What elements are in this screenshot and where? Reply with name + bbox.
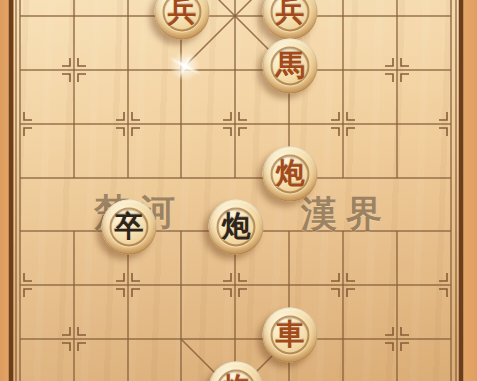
xiangqi-board[interactable]: 楚河 漢界 兵兵馬炮卒炮車炮 — [0, 0, 477, 381]
piece-glyph: 炮 — [222, 212, 251, 241]
red-chariot[interactable]: 車 — [263, 308, 318, 363]
piece-glyph: 炮 — [276, 159, 305, 188]
red-horse[interactable]: 馬 — [263, 39, 318, 94]
black-cannon[interactable]: 炮 — [209, 200, 264, 255]
board-grid — [0, 0, 477, 381]
piece-glyph: 炮 — [222, 374, 251, 381]
river-label-right: 漢界 — [301, 190, 391, 239]
piece-glyph: 兵 — [276, 0, 305, 26]
piece-glyph: 卒 — [115, 212, 144, 241]
red-cannon[interactable]: 炮 — [263, 147, 318, 202]
piece-glyph: 車 — [276, 320, 305, 349]
piece-glyph: 馬 — [276, 51, 305, 80]
piece-glyph: 兵 — [168, 0, 197, 26]
black-soldier[interactable]: 卒 — [102, 200, 157, 255]
